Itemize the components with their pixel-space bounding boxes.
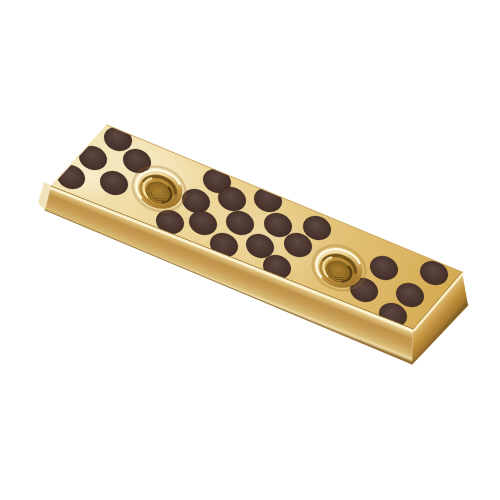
product-image-canvas	[0, 0, 500, 500]
page-background: { "image": { "type": "product-photo", "d…	[0, 0, 500, 500]
wear-plate-photo	[0, 0, 500, 500]
